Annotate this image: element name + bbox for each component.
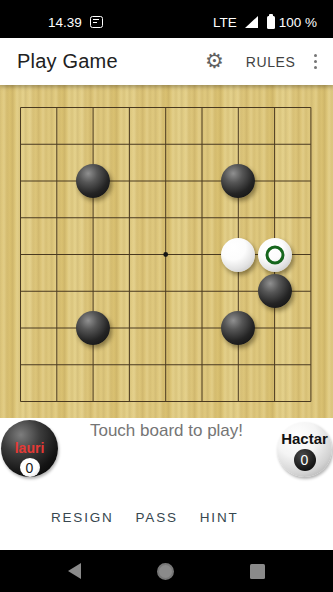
app-bar: Play Game ⚙ RULES <box>0 38 333 85</box>
signal-strength-icon <box>245 16 258 28</box>
stone-black <box>258 274 292 308</box>
settings-gear-icon[interactable]: ⚙ <box>205 51 224 72</box>
stone-white <box>221 238 255 272</box>
white-player-ball: Hactar 0 <box>277 422 332 477</box>
recents-icon[interactable] <box>250 564 265 579</box>
battery-percent-label: 100 % <box>279 15 317 30</box>
page-title: Play Game <box>17 50 118 73</box>
last-move-marker <box>265 245 284 264</box>
black-player-ball: lauri 0 <box>1 420 58 477</box>
action-buttons: RESIGN PASS HINT <box>51 510 238 526</box>
white-player-name: Hactar <box>281 431 328 447</box>
black-capture-count: 0 <box>20 458 40 477</box>
black-player-name: lauri <box>15 441 45 456</box>
overflow-menu-icon[interactable] <box>308 50 324 74</box>
stone-black <box>76 311 110 345</box>
status-bar: 14.39 LTE 100 % <box>0 0 333 38</box>
network-type-label: LTE <box>213 15 237 30</box>
go-board[interactable] <box>0 85 333 418</box>
notification-message-icon <box>90 16 103 28</box>
pass-button[interactable]: PASS <box>136 510 178 526</box>
star-point <box>163 252 168 257</box>
home-icon[interactable] <box>157 563 174 580</box>
resign-button[interactable]: RESIGN <box>51 510 114 526</box>
back-icon[interactable] <box>68 563 81 579</box>
clock: 14.39 <box>48 15 82 30</box>
white-capture-count: 0 <box>294 449 316 471</box>
battery-icon <box>267 16 275 29</box>
rules-button[interactable]: RULES <box>238 48 304 76</box>
android-nav-bar <box>0 550 333 592</box>
hint-button[interactable]: HINT <box>200 510 239 526</box>
stone-black <box>76 164 110 198</box>
stone-white <box>258 238 292 272</box>
